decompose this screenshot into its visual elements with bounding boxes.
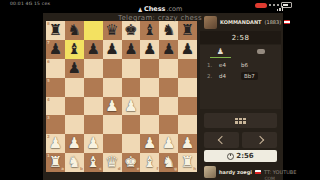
- game-sidebar: KOMMANDANT (1883) 2:58 ♟ 1. e4 b6 2. d4: [200, 13, 281, 180]
- watermark-text: Telegram: crazy chess: [0, 14, 320, 22]
- pawn-logo-icon: ♟: [138, 6, 143, 13]
- move-number: 1.: [207, 62, 219, 68]
- square-f7[interactable]: ♟: [140, 40, 159, 59]
- black-rook: ♜: [178, 21, 197, 40]
- player-clock-active: 2:56: [204, 150, 277, 162]
- square-g5[interactable]: [159, 78, 178, 97]
- square-a2[interactable]: 2♟: [46, 134, 65, 153]
- square-e5[interactable]: [122, 78, 141, 97]
- rank-label: 6: [47, 60, 50, 64]
- white-pawn: ♟: [159, 134, 178, 153]
- square-d5[interactable]: [103, 78, 122, 97]
- black-knight: ♞: [65, 21, 84, 40]
- player-note-line2: COM: [264, 176, 275, 180]
- clock-icon: [227, 153, 234, 160]
- square-a8[interactable]: 8♜: [46, 21, 65, 40]
- rank-label: 2: [47, 135, 50, 139]
- square-e6[interactable]: [122, 59, 141, 78]
- black-pawn: ♟: [159, 40, 178, 59]
- file-label: a: [61, 167, 64, 171]
- file-label: c: [99, 167, 101, 171]
- square-b4[interactable]: [65, 97, 84, 116]
- square-f8[interactable]: ♝: [140, 21, 159, 40]
- square-c8[interactable]: [84, 21, 103, 40]
- square-e2[interactable]: [122, 134, 141, 153]
- file-label: h: [193, 167, 196, 171]
- status-bar: 00:01 4G 15 сек ♟ Chess .com: [0, 0, 320, 13]
- square-h2[interactable]: ♟: [178, 134, 197, 153]
- black-pawn: ♟: [122, 40, 141, 59]
- square-h6[interactable]: [178, 59, 197, 78]
- black-pawn: ♟: [65, 59, 84, 78]
- white-pawn: ♟: [84, 134, 103, 153]
- file-label: b: [80, 167, 83, 171]
- square-g1[interactable]: g♞: [159, 153, 178, 172]
- square-h1[interactable]: h♜: [178, 153, 197, 172]
- square-b5[interactable]: [65, 78, 84, 97]
- grid-icon: [235, 118, 246, 124]
- black-move-current[interactable]: Bb7: [241, 72, 258, 80]
- moves-tab-pawn-icon: ♟: [217, 47, 224, 57]
- square-d2[interactable]: [103, 134, 122, 153]
- square-d7[interactable]: ♟: [103, 40, 122, 59]
- black-bishop: ♝: [65, 40, 84, 59]
- square-c5[interactable]: [84, 78, 103, 97]
- app-frame: 8♜♞♛♚♝♞♜7♟♝♟♟♟♟♟♟6♟54♟♟32♟♟♟♟♟♟1a♜b♞c♝d♛…: [43, 13, 283, 180]
- square-b6[interactable]: ♟: [65, 59, 84, 78]
- square-e8[interactable]: ♚: [122, 21, 141, 40]
- square-f6[interactable]: [140, 59, 159, 78]
- square-f2[interactable]: ♟: [140, 134, 159, 153]
- black-knight: ♞: [159, 21, 178, 40]
- white-pawn: ♟: [103, 97, 122, 116]
- file-label: e: [137, 167, 140, 171]
- signal-bars-icon: [277, 6, 284, 11]
- white-move[interactable]: d4: [219, 73, 241, 79]
- square-b2[interactable]: ♟: [65, 134, 84, 153]
- square-e3[interactable]: [122, 115, 141, 134]
- black-pawn: ♟: [178, 40, 197, 59]
- white-move[interactable]: e4: [219, 62, 241, 68]
- square-b1[interactable]: b♞: [65, 153, 84, 172]
- square-a7[interactable]: 7♟: [46, 40, 65, 59]
- chevron-right-icon: [255, 136, 263, 144]
- black-pawn: ♟: [103, 40, 122, 59]
- file-label: g: [174, 167, 177, 171]
- rank-label: 3: [47, 116, 50, 120]
- square-c6[interactable]: [84, 59, 103, 78]
- rank-label: 8: [47, 22, 50, 26]
- black-pawn: ♟: [140, 40, 159, 59]
- square-h8[interactable]: ♜: [178, 21, 197, 40]
- black-king: ♚: [122, 21, 141, 40]
- move-row[interactable]: 2. d4 Bb7: [200, 72, 281, 80]
- sidebar-tabs: ♟: [200, 45, 281, 58]
- rank-label: 1: [47, 154, 50, 158]
- black-pawn: ♟: [84, 40, 103, 59]
- opponent-clock: 2:58: [200, 31, 281, 44]
- black-queen: ♛: [103, 21, 122, 40]
- player-clock-value: 2:56: [236, 152, 253, 160]
- square-e4[interactable]: ♟: [122, 97, 141, 116]
- square-g7[interactable]: ♟: [159, 40, 178, 59]
- square-d6[interactable]: [103, 59, 122, 78]
- square-d1[interactable]: d♛: [103, 153, 122, 172]
- square-c1[interactable]: c♝: [84, 153, 103, 172]
- player-avatar[interactable]: [204, 166, 216, 178]
- player-name: hardy zoegi: [219, 169, 252, 175]
- square-h3[interactable]: [178, 115, 197, 134]
- square-c2[interactable]: ♟: [84, 134, 103, 153]
- chess-board[interactable]: 8♜♞♛♚♝♞♜7♟♝♟♟♟♟♟♟6♟54♟♟32♟♟♟♟♟♟1a♜b♞c♝d♛…: [46, 21, 197, 172]
- move-row[interactable]: 1. e4 b6: [200, 62, 281, 68]
- square-g4[interactable]: [159, 97, 178, 116]
- square-b7[interactable]: ♝: [65, 40, 84, 59]
- square-c7[interactable]: ♟: [84, 40, 103, 59]
- square-e1[interactable]: e♚: [122, 153, 141, 172]
- square-f3[interactable]: [140, 115, 159, 134]
- square-c3[interactable]: [84, 115, 103, 134]
- tab-chat[interactable]: [241, 45, 282, 58]
- square-d8[interactable]: ♛: [103, 21, 122, 40]
- square-a4[interactable]: 4: [46, 97, 65, 116]
- square-g6[interactable]: [159, 59, 178, 78]
- previous-move-button[interactable]: [204, 132, 239, 148]
- white-pawn: ♟: [178, 134, 197, 153]
- rank-label: 7: [47, 41, 50, 45]
- move-number: 2.: [207, 73, 219, 79]
- file-label: d: [118, 167, 121, 171]
- black-move[interactable]: b6: [241, 62, 281, 68]
- white-pawn: ♟: [140, 134, 159, 153]
- white-pawn: ♟: [65, 134, 84, 153]
- chesscom-logo[interactable]: ♟ Chess .com: [0, 6, 320, 13]
- player-flag-icon: [255, 170, 261, 174]
- square-e7[interactable]: ♟: [122, 40, 141, 59]
- square-g8[interactable]: ♞: [159, 21, 178, 40]
- file-label: f: [157, 167, 159, 171]
- square-f4[interactable]: [140, 97, 159, 116]
- chat-bubble-icon: [257, 49, 265, 55]
- square-h5[interactable]: [178, 78, 197, 97]
- rank-label: 4: [47, 98, 50, 102]
- square-h7[interactable]: ♟: [178, 40, 197, 59]
- square-a1[interactable]: 1a♜: [46, 153, 65, 172]
- square-a6[interactable]: 6: [46, 59, 65, 78]
- square-a5[interactable]: 5: [46, 78, 65, 97]
- black-bishop: ♝: [140, 21, 159, 40]
- board-options-button[interactable]: [204, 113, 277, 128]
- square-d3[interactable]: [103, 115, 122, 134]
- logo-suffix: .com: [166, 6, 182, 13]
- move-list: 1. e4 b6 2. d4 Bb7: [200, 58, 281, 109]
- player-note: TT: YOUTUBE: [264, 169, 296, 175]
- move-navigation: [204, 132, 277, 148]
- square-g2[interactable]: ♟: [159, 134, 178, 153]
- square-b3[interactable]: [65, 115, 84, 134]
- square-d4[interactable]: ♟: [103, 97, 122, 116]
- square-b8[interactable]: ♞: [65, 21, 84, 40]
- square-h4[interactable]: [178, 97, 197, 116]
- logo-text: Chess: [144, 6, 166, 13]
- chevron-left-icon: [217, 136, 225, 144]
- next-move-button[interactable]: [242, 132, 277, 148]
- square-g3[interactable]: [159, 115, 178, 134]
- square-f5[interactable]: [140, 78, 159, 97]
- square-c4[interactable]: [84, 97, 103, 116]
- white-pawn: ♟: [122, 97, 141, 116]
- tab-moves[interactable]: ♟: [200, 45, 241, 58]
- square-f1[interactable]: f♝: [140, 153, 159, 172]
- square-a3[interactable]: 3: [46, 115, 65, 134]
- rank-label: 5: [47, 79, 50, 83]
